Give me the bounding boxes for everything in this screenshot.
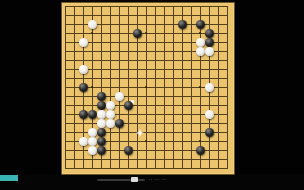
playback-control-bar: ·· ··· ··· ····· ···· ····· ···· bbox=[0, 175, 304, 190]
stone-white bbox=[97, 119, 106, 128]
stone-white bbox=[196, 47, 205, 56]
stone-white bbox=[115, 92, 124, 101]
grid-line bbox=[173, 6, 174, 169]
grid-line bbox=[65, 96, 228, 97]
grid-line bbox=[164, 6, 165, 169]
stone-white bbox=[205, 110, 214, 119]
stone-black bbox=[97, 92, 106, 101]
stone-white bbox=[106, 110, 115, 119]
stone-white bbox=[79, 137, 88, 146]
stone-white bbox=[106, 101, 115, 110]
grid-line bbox=[227, 6, 228, 169]
stone-black bbox=[97, 146, 106, 155]
stone-white bbox=[106, 119, 115, 128]
stone-white bbox=[205, 83, 214, 92]
grid-line bbox=[65, 123, 228, 124]
stone-black bbox=[196, 20, 205, 29]
stone-white bbox=[88, 146, 97, 155]
grid-line bbox=[65, 105, 228, 106]
seek-slider-handle[interactable] bbox=[131, 177, 138, 182]
grid-line bbox=[182, 6, 183, 169]
stone-white bbox=[88, 128, 97, 137]
grid-line bbox=[218, 6, 219, 169]
stone-black bbox=[205, 29, 214, 38]
go-board[interactable] bbox=[61, 2, 235, 175]
grid-line bbox=[191, 6, 192, 169]
stone-black bbox=[79, 83, 88, 92]
stone-white bbox=[88, 137, 97, 146]
grid-line bbox=[155, 6, 156, 169]
accent-action-button[interactable]: ···· bbox=[0, 175, 18, 181]
stone-black bbox=[97, 137, 106, 146]
stone-black bbox=[205, 38, 214, 47]
stone-black bbox=[205, 128, 214, 137]
time-readout: ·· ··· ··· bbox=[149, 177, 169, 182]
stone-white bbox=[196, 38, 205, 47]
stone-black bbox=[124, 101, 133, 110]
stone-white bbox=[79, 38, 88, 47]
stone-black bbox=[97, 101, 106, 110]
seek-slider[interactable] bbox=[97, 179, 145, 182]
grid-line bbox=[65, 159, 228, 160]
stone-black bbox=[115, 119, 124, 128]
stone-black bbox=[79, 110, 88, 119]
stone-black bbox=[196, 146, 205, 155]
stone-white bbox=[97, 110, 106, 119]
grid-line bbox=[65, 168, 228, 169]
stone-white bbox=[205, 47, 214, 56]
stone-black bbox=[97, 128, 106, 137]
stone-black bbox=[178, 20, 187, 29]
stone-black bbox=[88, 110, 97, 119]
stone-black bbox=[124, 146, 133, 155]
stone-black bbox=[133, 29, 142, 38]
stone-white bbox=[79, 65, 88, 74]
app-screen: ·· ··· ··· ····· ···· ····· ···· bbox=[0, 0, 304, 190]
stone-white bbox=[88, 20, 97, 29]
